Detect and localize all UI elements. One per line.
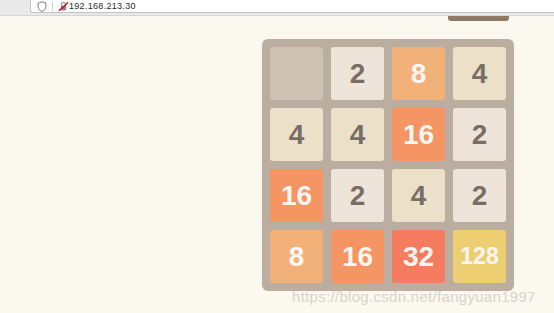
screenshot-root: 192.168.213.30 284441621624281632128 htt… (0, 0, 554, 313)
tile-2: 2 (331, 169, 384, 222)
empty-cell (270, 47, 323, 100)
url-bar-separator (52, 2, 53, 11)
watermark-text: https://blog.csdn.net/fangyuan1997 (292, 288, 536, 305)
tile-2: 2 (453, 108, 506, 161)
tile-32: 32 (392, 230, 445, 283)
tile-16: 16 (270, 169, 323, 222)
tile-4: 4 (331, 108, 384, 161)
tile-8: 8 (270, 230, 323, 283)
tile-128: 128 (453, 230, 506, 283)
tile-2: 2 (453, 169, 506, 222)
tile-16: 16 (392, 108, 445, 161)
tile-8: 8 (392, 47, 445, 100)
game-board-2048[interactable]: 284441621624281632128 (262, 39, 514, 291)
tile-4: 4 (392, 169, 445, 222)
tile-16: 16 (331, 230, 384, 283)
page-content: 284441621624281632128 https://blog.csdn.… (0, 17, 554, 313)
browser-toolbar: 192.168.213.30 (0, 0, 554, 16)
url-bar[interactable]: 192.168.213.30 (30, 0, 554, 13)
tile-4: 4 (270, 108, 323, 161)
tile-2: 2 (331, 47, 384, 100)
tile-4: 4 (453, 47, 506, 100)
insecure-lock-icon[interactable] (58, 1, 69, 12)
url-text: 192.168.213.30 (69, 1, 136, 11)
tracking-protection-shield-icon[interactable] (37, 1, 47, 12)
new-game-button-clipped[interactable] (448, 16, 509, 21)
